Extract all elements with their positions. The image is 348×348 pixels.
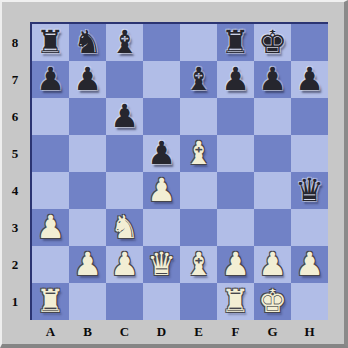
square-e8[interactable] xyxy=(180,24,217,61)
square-g3[interactable] xyxy=(254,209,291,246)
piece-black-pawn-h7[interactable]: ♟ xyxy=(295,61,324,98)
square-b3[interactable] xyxy=(69,209,106,246)
piece-black-bishop-e7[interactable]: ♝ xyxy=(184,61,213,98)
piece-black-knight-b8[interactable]: ♞ xyxy=(73,24,102,61)
square-b1[interactable] xyxy=(69,283,106,320)
square-a5[interactable] xyxy=(32,135,69,172)
square-b5[interactable] xyxy=(69,135,106,172)
square-g6[interactable] xyxy=(254,98,291,135)
square-d2[interactable]: ♛ xyxy=(143,246,180,283)
square-f5[interactable] xyxy=(217,135,254,172)
file-label-d: D xyxy=(143,322,180,342)
piece-black-rook-f8[interactable]: ♜ xyxy=(221,24,250,61)
piece-white-king-g1[interactable]: ♚ xyxy=(258,283,287,320)
square-a8[interactable]: ♜ xyxy=(32,24,69,61)
square-g1[interactable]: ♚ xyxy=(254,283,291,320)
square-c5[interactable] xyxy=(106,135,143,172)
piece-white-knight-c3[interactable]: ♞ xyxy=(110,209,139,246)
square-d4[interactable]: ♟ xyxy=(143,172,180,209)
square-c2[interactable]: ♟ xyxy=(106,246,143,283)
file-label-h: H xyxy=(291,322,328,342)
rank-label-5: 5 xyxy=(2,135,28,172)
square-h8[interactable] xyxy=(291,24,328,61)
piece-black-bishop-c8[interactable]: ♝ xyxy=(110,24,139,61)
piece-white-rook-f1[interactable]: ♜ xyxy=(221,283,250,320)
square-f7[interactable]: ♟ xyxy=(217,61,254,98)
file-label-f: F xyxy=(217,322,254,342)
piece-black-rook-a8[interactable]: ♜ xyxy=(36,24,65,61)
square-f1[interactable]: ♜ xyxy=(217,283,254,320)
square-b7[interactable]: ♟ xyxy=(69,61,106,98)
piece-black-queen-h4[interactable]: ♛ xyxy=(295,172,324,209)
square-h4[interactable]: ♛ xyxy=(291,172,328,209)
square-e2[interactable]: ♝ xyxy=(180,246,217,283)
square-e7[interactable]: ♝ xyxy=(180,61,217,98)
square-d7[interactable] xyxy=(143,61,180,98)
square-a1[interactable]: ♜ xyxy=(32,283,69,320)
square-d3[interactable] xyxy=(143,209,180,246)
rank-label-1: 1 xyxy=(2,283,28,320)
square-h6[interactable] xyxy=(291,98,328,135)
file-label-g: G xyxy=(254,322,291,342)
square-f8[interactable]: ♜ xyxy=(217,24,254,61)
square-a2[interactable] xyxy=(32,246,69,283)
piece-white-rook-a1[interactable]: ♜ xyxy=(36,283,65,320)
square-e6[interactable] xyxy=(180,98,217,135)
square-a7[interactable]: ♟ xyxy=(32,61,69,98)
piece-white-pawn-f2[interactable]: ♟ xyxy=(221,246,250,283)
file-labels: ABCDEFGH xyxy=(32,322,328,342)
rank-label-6: 6 xyxy=(2,98,28,135)
square-c6[interactable]: ♟ xyxy=(106,98,143,135)
square-b4[interactable] xyxy=(69,172,106,209)
square-a6[interactable] xyxy=(32,98,69,135)
rank-labels: 87654321 xyxy=(2,24,28,320)
piece-black-pawn-c6[interactable]: ♟ xyxy=(110,98,139,135)
piece-white-bishop-e2[interactable]: ♝ xyxy=(184,246,213,283)
square-h3[interactable] xyxy=(291,209,328,246)
piece-white-pawn-b2[interactable]: ♟ xyxy=(73,246,102,283)
square-d1[interactable] xyxy=(143,283,180,320)
square-g8[interactable]: ♚ xyxy=(254,24,291,61)
square-d6[interactable] xyxy=(143,98,180,135)
square-b2[interactable]: ♟ xyxy=(69,246,106,283)
square-f2[interactable]: ♟ xyxy=(217,246,254,283)
square-b6[interactable] xyxy=(69,98,106,135)
piece-black-pawn-g7[interactable]: ♟ xyxy=(258,61,287,98)
square-c8[interactable]: ♝ xyxy=(106,24,143,61)
square-c3[interactable]: ♞ xyxy=(106,209,143,246)
piece-white-pawn-g2[interactable]: ♟ xyxy=(258,246,287,283)
file-label-a: A xyxy=(32,322,69,342)
piece-white-bishop-e5[interactable]: ♝ xyxy=(184,135,213,172)
square-h5[interactable] xyxy=(291,135,328,172)
file-label-c: C xyxy=(106,322,143,342)
rank-label-7: 7 xyxy=(2,61,28,98)
square-c7[interactable] xyxy=(106,61,143,98)
rank-label-2: 2 xyxy=(2,246,28,283)
square-h2[interactable]: ♟ xyxy=(291,246,328,283)
chess-board: ♜♞♝♜♚♟♟♝♟♟♟♟♟♝♟♛♟♞♟♟♛♝♟♟♟♜♜♚ xyxy=(30,22,328,320)
file-label-e: E xyxy=(180,322,217,342)
square-g7[interactable]: ♟ xyxy=(254,61,291,98)
square-d8[interactable] xyxy=(143,24,180,61)
piece-white-pawn-c2[interactable]: ♟ xyxy=(110,246,139,283)
piece-black-pawn-a7[interactable]: ♟ xyxy=(36,61,65,98)
square-a3[interactable]: ♟ xyxy=(32,209,69,246)
square-h1[interactable] xyxy=(291,283,328,320)
square-g2[interactable]: ♟ xyxy=(254,246,291,283)
rank-label-4: 4 xyxy=(2,172,28,209)
piece-white-pawn-a3[interactable]: ♟ xyxy=(36,209,65,246)
piece-white-pawn-d4[interactable]: ♟ xyxy=(147,172,176,209)
square-e1[interactable] xyxy=(180,283,217,320)
rank-label-3: 3 xyxy=(2,209,28,246)
square-c4[interactable] xyxy=(106,172,143,209)
file-label-b: B xyxy=(69,322,106,342)
piece-white-queen-d2[interactable]: ♛ xyxy=(147,246,176,283)
piece-white-pawn-h2[interactable]: ♟ xyxy=(295,246,324,283)
square-e4[interactable] xyxy=(180,172,217,209)
rank-label-8: 8 xyxy=(2,24,28,61)
square-h7[interactable]: ♟ xyxy=(291,61,328,98)
square-f6[interactable] xyxy=(217,98,254,135)
square-g5[interactable] xyxy=(254,135,291,172)
square-a4[interactable] xyxy=(32,172,69,209)
square-d5[interactable]: ♟ xyxy=(143,135,180,172)
board-frame: 87654321 ♜♞♝♜♚♟♟♝♟♟♟♟♟♝♟♛♟♞♟♟♛♝♟♟♟♜♜♚ AB… xyxy=(0,0,348,348)
square-e3[interactable] xyxy=(180,209,217,246)
piece-black-pawn-b7[interactable]: ♟ xyxy=(73,61,102,98)
square-e5[interactable]: ♝ xyxy=(180,135,217,172)
piece-black-pawn-f7[interactable]: ♟ xyxy=(221,61,250,98)
piece-black-pawn-d5[interactable]: ♟ xyxy=(147,135,176,172)
square-b8[interactable]: ♞ xyxy=(69,24,106,61)
square-c1[interactable] xyxy=(106,283,143,320)
square-g4[interactable] xyxy=(254,172,291,209)
piece-black-king-g8[interactable]: ♚ xyxy=(258,24,287,61)
square-f4[interactable] xyxy=(217,172,254,209)
square-f3[interactable] xyxy=(217,209,254,246)
